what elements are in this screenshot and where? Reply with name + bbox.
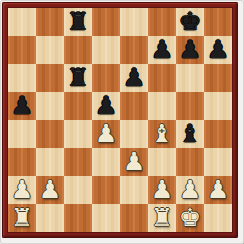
screenshot-frame: ♜♚♟♟♟♜♟♟♟♟♝♝♟♟♟♟♟♟♜♜♚: [0, 0, 244, 244]
square-a1[interactable]: ♜: [8, 204, 36, 232]
white-pawn-e3[interactable]: ♟: [123, 148, 145, 176]
square-f2[interactable]: ♟: [148, 176, 176, 204]
white-rook-a1[interactable]: ♜: [11, 204, 33, 232]
square-d3[interactable]: [92, 148, 120, 176]
black-pawn-g7[interactable]: ♟: [179, 36, 201, 64]
square-f7[interactable]: ♟: [148, 36, 176, 64]
square-c1[interactable]: [64, 204, 92, 232]
square-h1[interactable]: [204, 204, 232, 232]
white-pawn-d4[interactable]: ♟: [95, 120, 117, 148]
square-a2[interactable]: ♟: [8, 176, 36, 204]
square-c2[interactable]: [64, 176, 92, 204]
square-d4[interactable]: ♟: [92, 120, 120, 148]
square-e8[interactable]: [120, 8, 148, 36]
square-e1[interactable]: [120, 204, 148, 232]
white-bishop-f4[interactable]: ♝: [151, 120, 173, 148]
square-f8[interactable]: [148, 8, 176, 36]
square-d6[interactable]: [92, 64, 120, 92]
square-h6[interactable]: [204, 64, 232, 92]
square-f6[interactable]: [148, 64, 176, 92]
square-a3[interactable]: [8, 148, 36, 176]
square-g5[interactable]: [176, 92, 204, 120]
square-a8[interactable]: [8, 8, 36, 36]
square-g3[interactable]: [176, 148, 204, 176]
square-e2[interactable]: [120, 176, 148, 204]
black-rook-c8[interactable]: ♜: [67, 8, 89, 36]
square-f4[interactable]: ♝: [148, 120, 176, 148]
square-g4[interactable]: ♝: [176, 120, 204, 148]
square-g7[interactable]: ♟: [176, 36, 204, 64]
square-b5[interactable]: [36, 92, 64, 120]
square-e6[interactable]: ♟: [120, 64, 148, 92]
black-pawn-a5[interactable]: ♟: [11, 92, 33, 120]
square-h8[interactable]: [204, 8, 232, 36]
square-h2[interactable]: ♟: [204, 176, 232, 204]
square-b7[interactable]: [36, 36, 64, 64]
square-d5[interactable]: ♟: [92, 92, 120, 120]
black-rook-c6[interactable]: ♜: [67, 64, 89, 92]
square-b8[interactable]: [36, 8, 64, 36]
square-a7[interactable]: [8, 36, 36, 64]
square-d1[interactable]: [92, 204, 120, 232]
square-e3[interactable]: ♟: [120, 148, 148, 176]
square-d2[interactable]: [92, 176, 120, 204]
square-h7[interactable]: ♟: [204, 36, 232, 64]
square-a6[interactable]: [8, 64, 36, 92]
square-e5[interactable]: [120, 92, 148, 120]
black-bishop-g4[interactable]: ♝: [179, 120, 201, 148]
square-b2[interactable]: ♟: [36, 176, 64, 204]
black-pawn-e6[interactable]: ♟: [123, 64, 145, 92]
square-b3[interactable]: [36, 148, 64, 176]
black-king-g8[interactable]: ♚: [179, 8, 201, 36]
square-e7[interactable]: [120, 36, 148, 64]
square-c4[interactable]: [64, 120, 92, 148]
square-f1[interactable]: ♜: [148, 204, 176, 232]
square-b1[interactable]: [36, 204, 64, 232]
square-g8[interactable]: ♚: [176, 8, 204, 36]
white-pawn-f2[interactable]: ♟: [151, 176, 173, 204]
black-pawn-d5[interactable]: ♟: [95, 92, 117, 120]
square-f3[interactable]: [148, 148, 176, 176]
white-pawn-g2[interactable]: ♟: [179, 176, 201, 204]
square-h5[interactable]: [204, 92, 232, 120]
square-b6[interactable]: [36, 64, 64, 92]
square-c8[interactable]: ♜: [64, 8, 92, 36]
black-pawn-h7[interactable]: ♟: [207, 36, 229, 64]
white-pawn-a2[interactable]: ♟: [11, 176, 33, 204]
square-b4[interactable]: [36, 120, 64, 148]
white-pawn-h2[interactable]: ♟: [207, 176, 229, 204]
square-a5[interactable]: ♟: [8, 92, 36, 120]
square-h3[interactable]: [204, 148, 232, 176]
black-pawn-f7[interactable]: ♟: [151, 36, 173, 64]
white-rook-f1[interactable]: ♜: [151, 204, 173, 232]
square-d8[interactable]: [92, 8, 120, 36]
square-f5[interactable]: [148, 92, 176, 120]
board-wood-frame: ♜♚♟♟♟♜♟♟♟♟♝♝♟♟♟♟♟♟♜♜♚: [2, 2, 238, 238]
square-a4[interactable]: [8, 120, 36, 148]
square-c7[interactable]: [64, 36, 92, 64]
square-c3[interactable]: [64, 148, 92, 176]
square-c5[interactable]: [64, 92, 92, 120]
square-g1[interactable]: ♚: [176, 204, 204, 232]
square-g6[interactable]: [176, 64, 204, 92]
square-e4[interactable]: [120, 120, 148, 148]
square-g2[interactable]: ♟: [176, 176, 204, 204]
square-d7[interactable]: [92, 36, 120, 64]
square-h4[interactable]: [204, 120, 232, 148]
white-king-g1[interactable]: ♚: [179, 204, 201, 232]
white-pawn-b2[interactable]: ♟: [39, 176, 61, 204]
square-c6[interactable]: ♜: [64, 64, 92, 92]
chess-board: ♜♚♟♟♟♜♟♟♟♟♝♝♟♟♟♟♟♟♜♜♚: [8, 8, 232, 232]
